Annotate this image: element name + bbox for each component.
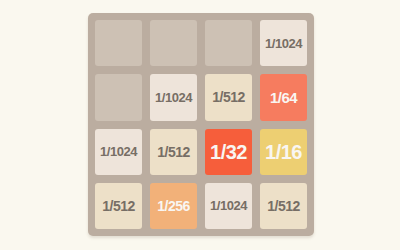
empty-cell-r1c2 [150,20,197,66]
tile-1-16-r3c4: 1/16 [260,129,307,175]
tile-1-512-r4c4: 1/512 [260,183,307,229]
tile-1-512-r4c1: 1/512 [95,183,142,229]
tile-1-512-r2c3: 1/512 [205,74,252,120]
empty-cell-r2c1 [95,74,142,120]
tile-1-1024-r4c3: 1/1024 [205,183,252,229]
tile-1-64-r2c4: 1/64 [260,74,307,120]
tile-1-32-r3c3: 1/32 [205,129,252,175]
tile-1-1024-r2c2: 1/1024 [150,74,197,120]
tile-1-256-r4c2: 1/256 [150,183,197,229]
tile-1-1024-r3c1: 1/1024 [95,129,142,175]
tile-1-1024-r1c4: 1/1024 [260,20,307,66]
empty-cell-r1c1 [95,20,142,66]
empty-cell-r1c3 [205,20,252,66]
tile-1-512-r3c2: 1/512 [150,129,197,175]
game-board[interactable]: 1/10241/10241/5121/641/10241/5121/321/16… [88,13,314,236]
